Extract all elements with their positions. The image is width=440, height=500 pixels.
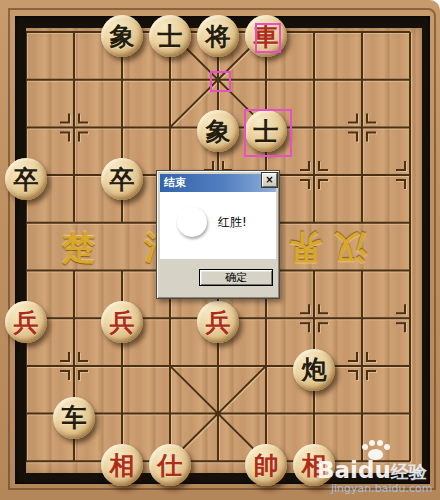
piece-red-advisor[interactable]: 仕: [149, 444, 191, 486]
piece-black-cannon[interactable]: 炮: [293, 349, 335, 391]
piece-red-chariot[interactable]: 車: [245, 15, 287, 57]
piece-red-elephant[interactable]: 相: [293, 444, 335, 486]
piece-black-general[interactable]: 将: [197, 15, 239, 57]
piece-red-general[interactable]: 帥: [245, 444, 287, 486]
dialog-body: i 红胜!: [160, 192, 276, 259]
piece-black-elephant[interactable]: 象: [101, 15, 143, 57]
close-icon[interactable]: ×: [262, 173, 277, 187]
piece-black-soldier[interactable]: 卒: [101, 158, 143, 200]
dialog-message: 红胜!: [218, 214, 247, 231]
dialog-title-bar[interactable]: 结束: [160, 174, 276, 192]
piece-black-chariot[interactable]: 车: [53, 397, 95, 439]
river-label-right: 汉界: [274, 224, 370, 269]
xiangqi-game-window: 楚 河 汉界 象士将車象士卒卒兵兵兵炮车相仕帥相 结束 × i 红胜! 确定 B…: [0, 0, 440, 500]
piece-red-soldier[interactable]: 兵: [197, 301, 239, 343]
piece-red-elephant[interactable]: 相: [101, 444, 143, 486]
piece-red-soldier[interactable]: 兵: [5, 301, 47, 343]
info-icon: i: [177, 207, 207, 237]
piece-black-soldier[interactable]: 卒: [5, 158, 47, 200]
piece-black-advisor[interactable]: 士: [149, 15, 191, 57]
ok-button[interactable]: 确定: [199, 269, 273, 286]
piece-red-soldier[interactable]: 兵: [101, 301, 143, 343]
game-over-dialog: 结束 × i 红胜! 确定: [156, 170, 280, 299]
